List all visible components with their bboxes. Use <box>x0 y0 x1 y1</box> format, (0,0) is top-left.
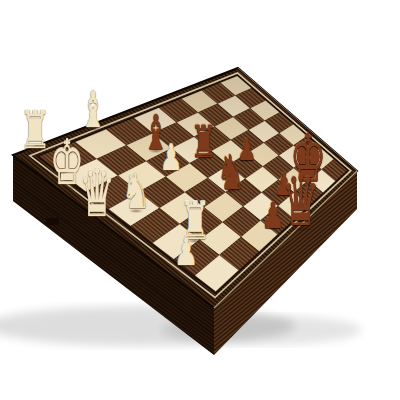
piece-dark-pawn-g5[interactable]: ♟ <box>261 198 284 234</box>
chess-set-photo: ♝♜♝♜♟♟♚♚♞♟♞♛♛♟♜♟ <box>0 0 400 400</box>
piece-dark-rook-d5[interactable]: ♜ <box>191 120 218 164</box>
piece-white-pawn-d4[interactable]: ♟ <box>159 140 182 176</box>
piece-white-knight-d2[interactable]: ♞ <box>122 167 151 216</box>
clasp-notch <box>46 218 59 225</box>
piece-white-pawn-g1[interactable]: ♟ <box>174 233 199 271</box>
piece-white-rook-a1[interactable]: ♜ <box>19 104 51 156</box>
piece-dark-knight-f4[interactable]: ♞ <box>217 148 245 196</box>
piece-white-queen-c1[interactable]: ♛ <box>79 161 116 227</box>
piece-dark-queen-h6[interactable]: ♛ <box>282 166 321 236</box>
